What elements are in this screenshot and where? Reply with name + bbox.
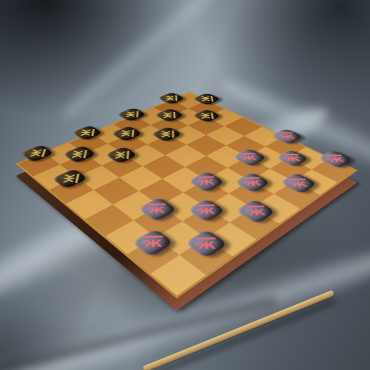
piece-marking: Ж	[60, 174, 79, 184]
piece-marking: Ж	[200, 96, 213, 102]
piece-marking: Ж	[289, 178, 309, 188]
piece-marking: Ж	[159, 130, 173, 137]
piece-marking: Ж	[79, 129, 95, 136]
piece-marking: Ж	[278, 132, 295, 140]
piece-marking: Ж	[198, 176, 215, 186]
piece-marking: Ж	[148, 203, 165, 214]
piece-marking: Ж	[165, 95, 178, 101]
piece-marking: Ж	[199, 112, 213, 118]
piece-marking: Ж	[243, 177, 261, 187]
piece-marking: Ж	[196, 237, 216, 250]
piece-marking: Ж	[246, 206, 266, 218]
piece-marking: Ж	[283, 154, 301, 163]
piece-marking: Ж	[143, 236, 162, 249]
piece-marking: Ж	[28, 149, 46, 157]
piece-marking: Ж	[124, 111, 138, 117]
piece-marking: Ж	[326, 155, 345, 164]
piece-marking: Ж	[241, 153, 258, 162]
piece-marking: Ж	[197, 204, 215, 215]
piece-marking: Ж	[162, 112, 176, 118]
piece-marking: Ж	[119, 130, 134, 137]
photo-scene: ЖЖЖЖЖЖЖЖЖЖЖЖЖЖЖЖЖЖЖЖЖЖЖЖ	[0, 0, 370, 370]
piece-marking: Ж	[70, 150, 87, 158]
piece-marking: Ж	[113, 151, 129, 159]
